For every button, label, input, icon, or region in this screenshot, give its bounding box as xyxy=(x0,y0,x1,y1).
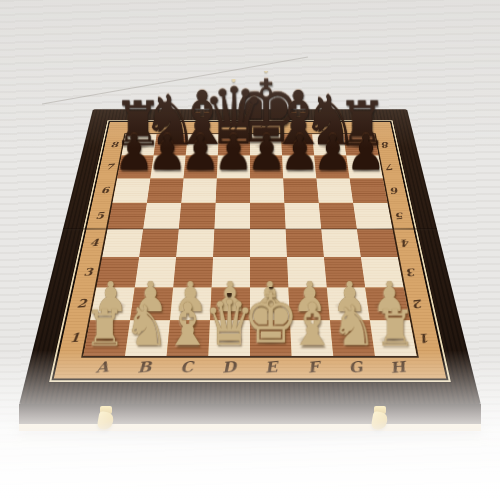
square-g5[interactable] xyxy=(319,203,357,229)
square-c6[interactable] xyxy=(181,178,217,202)
square-a6[interactable] xyxy=(113,178,151,202)
square-g4[interactable] xyxy=(321,229,361,257)
square-e7[interactable]: ♟ xyxy=(250,156,283,179)
piece-white-queen[interactable]: ♛ xyxy=(204,293,255,353)
square-c5[interactable] xyxy=(179,203,216,229)
square-f1[interactable]: ♝ xyxy=(290,320,333,356)
square-g7[interactable]: ♟ xyxy=(314,156,349,179)
square-f6[interactable] xyxy=(283,178,319,202)
square-f4[interactable] xyxy=(286,229,324,257)
piece-finial xyxy=(232,78,236,83)
square-a4[interactable] xyxy=(102,229,143,257)
square-h5[interactable] xyxy=(353,203,392,229)
box-bottom-panel xyxy=(19,424,481,431)
square-c4[interactable] xyxy=(176,229,214,257)
square-d5[interactable] xyxy=(214,203,250,229)
table-surface: ♜♞♝♛♚♝♞♜♟♟♟♟♟♟♟♟♟♟♟♟♟♟♟♟♜♞♝♛♚♝♞♜ ABCDEFG… xyxy=(0,0,500,500)
piece-white-rook[interactable]: ♜ xyxy=(375,306,415,353)
square-b5[interactable] xyxy=(143,203,181,229)
square-a5[interactable] xyxy=(108,203,147,229)
board-grid: ♜♞♝♛♚♝♞♜♟♟♟♟♟♟♟♟♟♟♟♟♟♟♟♟♜♞♝♛♚♝♞♜ xyxy=(83,134,416,356)
piece-finial xyxy=(268,278,273,290)
square-b4[interactable] xyxy=(139,229,179,257)
chess-board: ♜♞♝♛♚♝♞♜♟♟♟♟♟♟♟♟♟♟♟♟♟♟♟♟♜♞♝♛♚♝♞♜ ABCDEFG… xyxy=(19,109,481,405)
square-d6[interactable] xyxy=(216,178,250,202)
brass-clasp-right[interactable] xyxy=(370,406,390,433)
square-f5[interactable] xyxy=(284,203,321,229)
square-d4[interactable] xyxy=(213,229,250,257)
square-h6[interactable] xyxy=(350,178,388,202)
piece-white-bishop[interactable]: ♝ xyxy=(289,297,336,353)
piece-white-rook[interactable]: ♜ xyxy=(85,306,125,353)
box-front-edge xyxy=(19,404,481,424)
piece-finial xyxy=(227,291,232,297)
square-f7[interactable]: ♟ xyxy=(282,156,316,179)
piece-white-knight[interactable]: ♞ xyxy=(331,300,376,353)
square-g6[interactable] xyxy=(316,178,353,202)
square-b1[interactable]: ♞ xyxy=(125,320,170,356)
piece-white-bishop[interactable]: ♝ xyxy=(164,297,211,353)
square-h1[interactable]: ♜ xyxy=(370,320,417,356)
square-h7[interactable]: ♟ xyxy=(346,156,382,179)
square-b6[interactable] xyxy=(147,178,184,202)
square-g1[interactable]: ♞ xyxy=(330,320,375,356)
square-e6[interactable] xyxy=(250,178,284,202)
square-h4[interactable] xyxy=(357,229,398,257)
square-e5[interactable] xyxy=(250,203,286,229)
piece-black-pawn[interactable]: ♟ xyxy=(346,129,386,176)
square-d1[interactable]: ♛ xyxy=(208,320,250,356)
brass-clasp-left[interactable] xyxy=(96,406,116,433)
square-c1[interactable]: ♝ xyxy=(167,320,210,356)
square-d7[interactable]: ♟ xyxy=(217,156,250,179)
square-e4[interactable] xyxy=(250,229,287,257)
square-e1[interactable]: ♚ xyxy=(250,320,292,356)
piece-white-knight[interactable]: ♞ xyxy=(124,300,169,353)
